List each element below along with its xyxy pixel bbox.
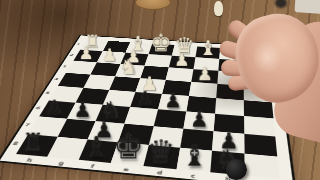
rank-label-6: 6 (35, 106, 42, 110)
file-label-h: h (26, 157, 34, 163)
piece-black-bishop-f8[interactable]: ♝ (83, 133, 108, 161)
piece-white-pawn-d2[interactable]: ♟ (174, 51, 190, 68)
piece-white-knight-f3[interactable]: ♞ (119, 57, 138, 78)
rank-label-5: 5 (45, 91, 51, 95)
square-e6[interactable] (124, 107, 158, 126)
piece-black-pawn-h6[interactable]: ♟ (45, 97, 63, 117)
rank-label-3: 3 (62, 65, 68, 68)
piece-white-pawn-h2[interactable]: ♟ (78, 45, 93, 62)
captured-white-piece (214, 1, 223, 16)
file-label-d: d (156, 169, 163, 175)
rank-label-4: 4 (54, 77, 60, 81)
file-label-f: f (90, 163, 95, 169)
square-e8[interactable]: ♚ (111, 142, 149, 166)
rank-label-7: 7 (24, 122, 31, 127)
square-c8[interactable]: ♝ (177, 148, 212, 173)
piece-white-pawn-g2[interactable]: ♟ (102, 46, 117, 63)
video-frame: ♜♝♚♛♝♞♜♟♟♟♟♟♟♞♟♟♟♟♟♟♞♟♟♟♜♝♚♛♝♞ hgfedcba1… (0, 0, 320, 180)
rank-label-8: 8 (12, 140, 20, 146)
piece-white-bishop-c1[interactable]: ♝ (198, 38, 216, 58)
file-label-e: e (123, 166, 130, 172)
square-g3[interactable] (90, 62, 120, 76)
piece-black-rook-h8[interactable]: ♜ (21, 130, 43, 155)
captured-black-piece (226, 159, 247, 180)
square-d8[interactable]: ♛ (143, 145, 180, 169)
file-label-a: a (260, 179, 266, 180)
piece-black-queen-d8[interactable]: ♛ (146, 136, 175, 168)
square-a8[interactable] (244, 154, 279, 179)
piece-white-king-e1[interactable]: ♚ (150, 31, 172, 55)
piece-black-bishop-c8[interactable]: ♝ (181, 142, 207, 171)
square-e5[interactable]: ♟ (130, 92, 162, 109)
piece-black-pawn-g6[interactable]: ♟ (73, 100, 91, 121)
piece-black-king-e8[interactable]: ♚ (112, 130, 143, 164)
square-h8[interactable]: ♜ (16, 134, 58, 157)
file-label-c: c (191, 172, 196, 178)
piece-black-pawn-c6[interactable]: ♟ (189, 109, 208, 130)
piece-black-pawn-e5[interactable]: ♟ (136, 88, 154, 108)
background-wall-patch (294, 0, 320, 14)
file-label-g: g (58, 160, 66, 166)
rank-label-2: 2 (69, 53, 74, 56)
piece-black-pawn-d5[interactable]: ♟ (164, 91, 182, 111)
